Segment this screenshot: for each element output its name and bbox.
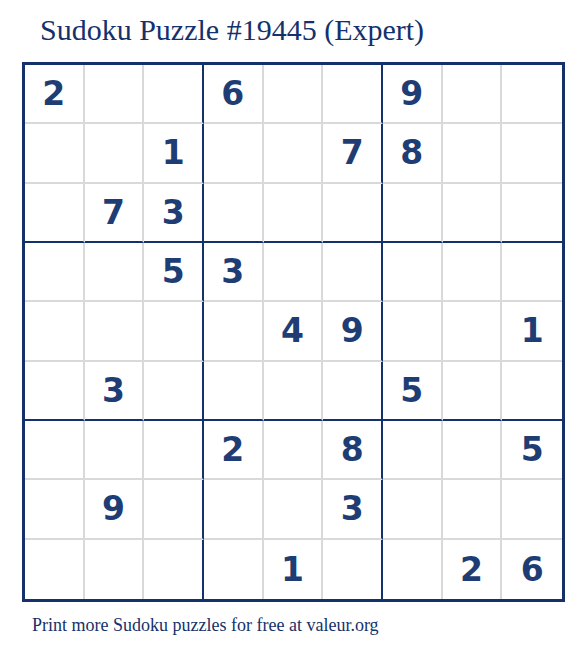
sudoku-cell-r5c4[interactable] — [204, 302, 264, 361]
sudoku-cell-r9c1[interactable] — [25, 540, 85, 599]
sudoku-cell-r5c3[interactable] — [144, 302, 204, 361]
sudoku-cell-r6c9[interactable] — [502, 362, 562, 421]
sudoku-cell-r6c3[interactable] — [144, 362, 204, 421]
sudoku-cell-r1c6[interactable] — [323, 65, 383, 124]
sudoku-cell-r2c2[interactable] — [85, 124, 145, 183]
sudoku-cell-r3c9[interactable] — [502, 184, 562, 243]
sudoku-cell-r4c7[interactable] — [383, 243, 443, 302]
sudoku-cell-r8c6[interactable]: 3 — [323, 480, 383, 539]
sudoku-cell-r1c3[interactable] — [144, 65, 204, 124]
sudoku-cell-r9c5[interactable]: 1 — [264, 540, 324, 599]
sudoku-cell-r2c8[interactable] — [443, 124, 503, 183]
sudoku-cell-r6c6[interactable] — [323, 362, 383, 421]
sudoku-cell-r6c4[interactable] — [204, 362, 264, 421]
sudoku-cell-r2c5[interactable] — [264, 124, 324, 183]
sudoku-cell-r9c7[interactable] — [383, 540, 443, 599]
sudoku-cell-r2c9[interactable] — [502, 124, 562, 183]
sudoku-cell-r4c1[interactable] — [25, 243, 85, 302]
sudoku-cell-r3c1[interactable] — [25, 184, 85, 243]
sudoku-grid: 26917873534913528593126 — [22, 62, 565, 602]
sudoku-cell-r3c4[interactable] — [204, 184, 264, 243]
sudoku-cell-r2c1[interactable] — [25, 124, 85, 183]
sudoku-cell-r9c3[interactable] — [144, 540, 204, 599]
sudoku-cell-r4c9[interactable] — [502, 243, 562, 302]
sudoku-cell-r8c7[interactable] — [383, 480, 443, 539]
sudoku-cell-r3c5[interactable] — [264, 184, 324, 243]
sudoku-cell-r2c6[interactable]: 7 — [323, 124, 383, 183]
sudoku-cell-r6c2[interactable]: 3 — [85, 362, 145, 421]
sudoku-cell-r9c4[interactable] — [204, 540, 264, 599]
sudoku-cell-r5c8[interactable] — [443, 302, 503, 361]
sudoku-cell-r8c1[interactable] — [25, 480, 85, 539]
sudoku-cell-r9c2[interactable] — [85, 540, 145, 599]
sudoku-cell-r2c4[interactable] — [204, 124, 264, 183]
sudoku-cell-r8c2[interactable]: 9 — [85, 480, 145, 539]
sudoku-cell-r6c1[interactable] — [25, 362, 85, 421]
footer-text: Print more Sudoku puzzles for free at va… — [32, 615, 379, 636]
sudoku-cell-r1c9[interactable] — [502, 65, 562, 124]
sudoku-cell-r3c2[interactable]: 7 — [85, 184, 145, 243]
sudoku-cell-r6c8[interactable] — [443, 362, 503, 421]
page-title: Sudoku Puzzle #19445 (Expert) — [40, 13, 424, 47]
sudoku-cell-r8c3[interactable] — [144, 480, 204, 539]
sudoku-cell-r8c5[interactable] — [264, 480, 324, 539]
sudoku-cell-r7c5[interactable] — [264, 421, 324, 480]
sudoku-cell-r4c8[interactable] — [443, 243, 503, 302]
sudoku-cell-r6c7[interactable]: 5 — [383, 362, 443, 421]
sudoku-cell-r3c7[interactable] — [383, 184, 443, 243]
sudoku-cell-r1c4[interactable]: 6 — [204, 65, 264, 124]
sudoku-cell-r9c9[interactable]: 6 — [502, 540, 562, 599]
sudoku-cell-r5c2[interactable] — [85, 302, 145, 361]
sudoku-cell-r7c1[interactable] — [25, 421, 85, 480]
sudoku-cell-r1c1[interactable]: 2 — [25, 65, 85, 124]
sudoku-cell-r8c8[interactable] — [443, 480, 503, 539]
sudoku-cell-r7c4[interactable]: 2 — [204, 421, 264, 480]
sudoku-cell-r1c7[interactable]: 9 — [383, 65, 443, 124]
sudoku-cell-r3c3[interactable]: 3 — [144, 184, 204, 243]
sudoku-cell-r5c1[interactable] — [25, 302, 85, 361]
sudoku-cell-r4c6[interactable] — [323, 243, 383, 302]
sudoku-cell-r9c8[interactable]: 2 — [443, 540, 503, 599]
sudoku-cell-r5c5[interactable]: 4 — [264, 302, 324, 361]
sudoku-cell-r4c4[interactable]: 3 — [204, 243, 264, 302]
sudoku-cell-r4c5[interactable] — [264, 243, 324, 302]
sudoku-cell-r1c5[interactable] — [264, 65, 324, 124]
sudoku-cell-r9c6[interactable] — [323, 540, 383, 599]
sudoku-cell-r4c2[interactable] — [85, 243, 145, 302]
sudoku-cell-r4c3[interactable]: 5 — [144, 243, 204, 302]
sudoku-cell-r7c6[interactable]: 8 — [323, 421, 383, 480]
sudoku-cell-r7c9[interactable]: 5 — [502, 421, 562, 480]
sudoku-cell-r2c7[interactable]: 8 — [383, 124, 443, 183]
sudoku-cell-r5c6[interactable]: 9 — [323, 302, 383, 361]
sudoku-cell-r7c8[interactable] — [443, 421, 503, 480]
sudoku-cell-r8c9[interactable] — [502, 480, 562, 539]
sudoku-cell-r5c7[interactable] — [383, 302, 443, 361]
sudoku-cell-r3c8[interactable] — [443, 184, 503, 243]
sudoku-cell-r7c3[interactable] — [144, 421, 204, 480]
sudoku-cell-r1c2[interactable] — [85, 65, 145, 124]
sudoku-cell-r8c4[interactable] — [204, 480, 264, 539]
sudoku-cell-r1c8[interactable] — [443, 65, 503, 124]
sudoku-cell-r2c3[interactable]: 1 — [144, 124, 204, 183]
sudoku-cell-r7c7[interactable] — [383, 421, 443, 480]
sudoku-cell-r3c6[interactable] — [323, 184, 383, 243]
sudoku-cell-r5c9[interactable]: 1 — [502, 302, 562, 361]
sudoku-cell-r7c2[interactable] — [85, 421, 145, 480]
sudoku-cell-r6c5[interactable] — [264, 362, 324, 421]
